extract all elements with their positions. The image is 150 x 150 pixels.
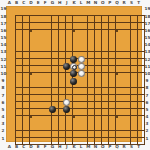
row-label: 19 (1, 7, 6, 11)
column-label: F (44, 0, 47, 6)
row-label: 12 (1, 58, 6, 62)
column-label: L (80, 0, 83, 6)
column-label: C (22, 0, 25, 6)
column-label: N (94, 0, 98, 6)
row-label: 1 (145, 136, 150, 140)
column-label: D (29, 0, 32, 6)
row-label: 16 (1, 29, 6, 33)
row-label: 11 (1, 65, 6, 69)
column-label: Q (115, 0, 119, 6)
row-label: 14 (1, 43, 6, 47)
row-label: 1 (1, 136, 6, 140)
row-label: 4 (145, 115, 150, 119)
black-stone (63, 63, 70, 70)
row-label: 16 (145, 29, 150, 33)
column-label: S (130, 144, 133, 150)
row-label: 10 (145, 72, 150, 76)
column-label: A (8, 144, 11, 150)
white-stone (78, 56, 85, 63)
column-label: H (58, 0, 62, 6)
row-label: 17 (145, 22, 150, 26)
row-label: 14 (145, 43, 150, 47)
row-label: 5 (145, 108, 150, 112)
column-label: Q (115, 144, 119, 150)
column-label: T (137, 144, 140, 150)
row-label: 18 (1, 14, 6, 18)
circle-marker (72, 65, 77, 70)
row-label: 18 (145, 14, 150, 18)
column-label: R (123, 0, 126, 6)
row-label: 13 (145, 50, 150, 54)
white-stone (78, 63, 85, 70)
row-label: 15 (145, 36, 150, 40)
row-label: 9 (145, 79, 150, 83)
column-label: B (15, 144, 18, 150)
column-label: J (66, 144, 68, 150)
column-label: M (86, 0, 90, 6)
row-label: 2 (1, 129, 6, 133)
row-label: 15 (1, 36, 6, 40)
column-label: C (22, 144, 25, 150)
column-label: S (130, 0, 133, 6)
stones-layer (6, 6, 142, 142)
row-label: 3 (145, 122, 150, 126)
column-label: B (15, 0, 18, 6)
column-label: G (51, 0, 54, 6)
column-label: E (37, 0, 40, 6)
white-stone (63, 99, 70, 106)
column-label: D (29, 144, 32, 150)
row-label: 8 (1, 86, 6, 90)
black-stone (63, 106, 70, 113)
row-label: 11 (145, 65, 150, 69)
row-label: 9 (1, 79, 6, 83)
row-label: 19 (145, 7, 150, 11)
row-label: 7 (1, 93, 6, 97)
go-diagram: ABCDEFGHJKLMNOPQRST ABCDEFGHJKLMNOPQRST … (0, 0, 150, 150)
row-label: 4 (1, 115, 6, 119)
white-stone (70, 63, 77, 70)
black-stone (49, 106, 56, 113)
black-stone (70, 56, 77, 63)
row-label: 13 (1, 50, 6, 54)
column-label: K (72, 144, 75, 150)
black-stone (70, 78, 77, 85)
column-label: G (51, 144, 54, 150)
black-stone (70, 70, 77, 77)
column-label: R (123, 144, 126, 150)
row-label: 2 (145, 129, 150, 133)
row-label: 5 (1, 108, 6, 112)
column-label: F (44, 144, 47, 150)
column-label: P (108, 0, 111, 6)
column-label: T (137, 0, 140, 6)
column-label: K (72, 0, 75, 6)
row-label: 3 (1, 122, 6, 126)
column-label: N (94, 144, 98, 150)
column-label: L (80, 144, 83, 150)
column-label: J (66, 0, 68, 6)
row-label: 6 (1, 101, 6, 105)
column-label: A (8, 0, 11, 6)
row-label: 17 (1, 22, 6, 26)
column-label: O (101, 144, 105, 150)
column-label: O (101, 0, 105, 6)
white-stone (78, 70, 85, 77)
row-label: 12 (145, 58, 150, 62)
column-label: E (37, 144, 40, 150)
column-label: H (58, 144, 62, 150)
row-label: 8 (145, 86, 150, 90)
column-label: M (86, 144, 90, 150)
row-label: 10 (1, 72, 6, 76)
row-label: 7 (145, 93, 150, 97)
column-label: P (108, 144, 111, 150)
row-label: 6 (145, 101, 150, 105)
